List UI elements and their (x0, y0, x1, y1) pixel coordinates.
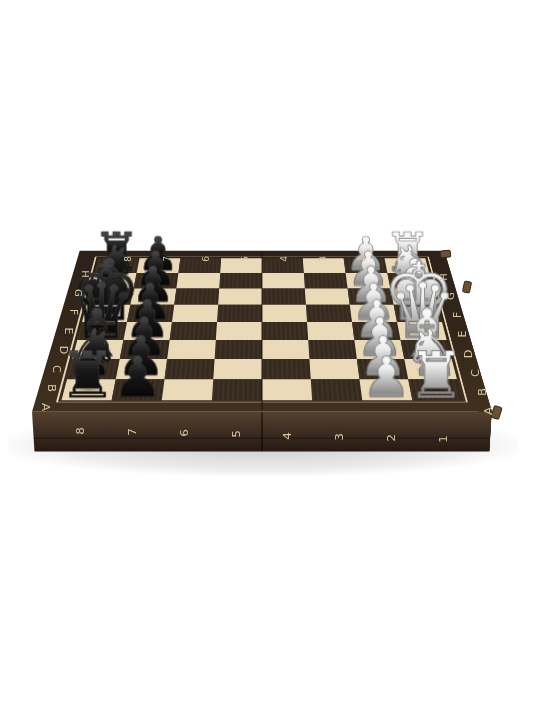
board-tilt: ♜♟♟♜♞♟♟♞♝♟♟♝♚♟♟♚♛♟♟♛♝♟♟♝♞♟♟♞♜♟♟♜ (32, 251, 492, 412)
square-d6 (170, 322, 217, 340)
fold-seam-front-edge (261, 412, 263, 452)
coord-front-rank-8: 8 (74, 427, 87, 435)
square-b3 (309, 359, 359, 379)
scene: ♜♟♟♜♞♟♟♞♝♟♟♝♚♟♟♚♛♟♟♛♝♟♟♝♞♟♟♞♜♟♟♜ (59, 119, 466, 526)
coord-left-file-A: A (40, 403, 53, 411)
square-a5 (212, 379, 262, 400)
square-f5 (218, 289, 262, 305)
coord-left-file-D: D (57, 346, 69, 355)
square-g4 (262, 273, 305, 289)
coord-back-rank-7: 7 (162, 256, 171, 262)
square-e3 (306, 305, 352, 322)
square-f3 (305, 289, 350, 305)
square-d4 (262, 322, 308, 340)
coord-back-rank-5: 5 (240, 256, 249, 262)
square-c3 (308, 340, 357, 359)
coord-back-rank-2: 2 (357, 256, 366, 262)
coord-back-rank-8: 8 (123, 256, 132, 262)
square-f4 (262, 289, 306, 305)
piece-black-pawn-a7: ♟ (113, 349, 163, 395)
rook-glyph: ♜ (408, 343, 465, 407)
coord-back-rank-1: 1 (396, 256, 405, 262)
square-b5 (213, 359, 262, 379)
coord-front-rank-3: 3 (333, 433, 346, 441)
square-b6 (165, 359, 215, 379)
square-a8: ♜ (61, 379, 115, 400)
piece-white-rook-a1: ♜ (408, 343, 465, 395)
square-g6 (176, 273, 220, 289)
square-c5 (215, 340, 262, 359)
square-a6 (162, 379, 214, 400)
square-a4 (262, 379, 312, 400)
coord-front-rank-7: 7 (125, 428, 138, 436)
coord-right-file-F: F (451, 312, 462, 318)
coord-front-rank-2: 2 (385, 434, 398, 442)
coord-left-file-B: B (45, 384, 58, 392)
square-c4 (262, 340, 309, 359)
coord-front-rank-6: 6 (177, 429, 190, 437)
board-front-edge (32, 412, 492, 452)
square-e5 (217, 305, 262, 322)
square-f6 (174, 289, 219, 305)
piece-white-pawn-a2: ♟ (361, 349, 411, 395)
square-b4 (262, 359, 311, 379)
coord-left-file-H: H (80, 270, 90, 278)
coord-front-rank-1: 1 (437, 435, 450, 443)
square-d3 (307, 322, 354, 340)
coord-right-file-D: D (463, 349, 475, 358)
pawn-glyph: ♟ (361, 349, 411, 405)
coord-left-file-C: C (51, 365, 64, 373)
coord-left-file-F: F (68, 309, 79, 315)
brass-clasp (462, 280, 472, 293)
coord-front-rank-5: 5 (229, 431, 242, 439)
coord-back-rank-6: 6 (201, 256, 210, 262)
coord-left-file-G: G (74, 289, 85, 297)
square-a1: ♜ (408, 379, 462, 400)
square-a7: ♟ (112, 379, 165, 400)
coord-right-file-G: G (445, 292, 456, 300)
square-c6 (167, 340, 216, 359)
chessboard: ♜♟♟♜♞♟♟♞♝♟♟♝♚♟♟♚♛♟♟♛♝♟♟♝♞♟♟♞♜♟♟♜ (32, 251, 492, 412)
coord-left-file-E: E (62, 328, 74, 335)
square-e6 (172, 305, 218, 322)
coord-back-rank-3: 3 (318, 256, 327, 262)
coord-right-file-B: B (475, 388, 488, 396)
square-g5 (219, 273, 262, 289)
square-e4 (262, 305, 307, 322)
square-a2: ♟ (359, 379, 412, 400)
square-g3 (304, 273, 348, 289)
square-h6 (178, 258, 221, 273)
photo-background: ♜♟♟♜♞♟♟♞♝♟♟♝♚♟♟♚♛♟♟♛♝♟♟♝♞♟♟♞♜♟♟♜ AA88BB7… (0, 0, 540, 720)
coord-back-rank-4: 4 (279, 256, 288, 262)
square-d5 (216, 322, 262, 340)
coord-right-file-H: H (439, 273, 449, 281)
pawn-glyph: ♟ (113, 349, 163, 405)
coord-right-file-C: C (469, 369, 482, 377)
square-a3 (311, 379, 363, 400)
brass-hinge (440, 249, 452, 258)
coord-right-file-E: E (457, 331, 469, 338)
coord-front-rank-4: 4 (281, 432, 294, 440)
coord-right-file-A: A (482, 407, 495, 415)
